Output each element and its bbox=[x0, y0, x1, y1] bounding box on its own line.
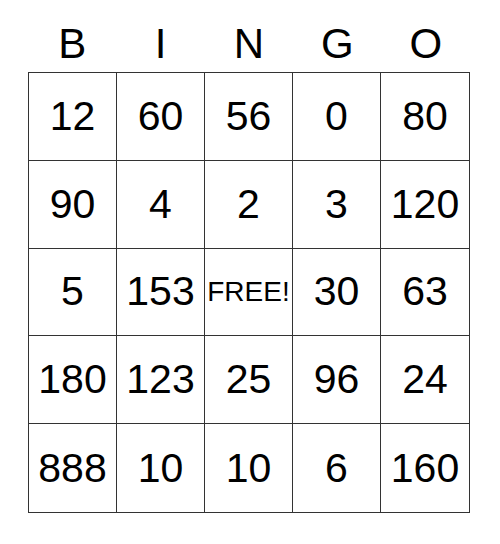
bingo-cell-r1c2[interactable]: 60 bbox=[117, 73, 205, 161]
header-letter-o: O bbox=[382, 18, 470, 70]
bingo-cell-r1c4[interactable]: 0 bbox=[293, 73, 381, 161]
header-letter-i: I bbox=[116, 18, 204, 70]
bingo-cell-r1c3[interactable]: 56 bbox=[205, 73, 293, 161]
bingo-cell-r2c2[interactable]: 4 bbox=[117, 161, 205, 249]
bingo-cell-r3c4[interactable]: 30 bbox=[293, 249, 381, 337]
bingo-cell-r2c1[interactable]: 90 bbox=[29, 161, 117, 249]
bingo-cell-r2c3[interactable]: 2 bbox=[205, 161, 293, 249]
bingo-cell-r5c5[interactable]: 160 bbox=[381, 424, 469, 512]
bingo-cell-r3c2[interactable]: 153 bbox=[117, 249, 205, 337]
bingo-cell-r1c5[interactable]: 80 bbox=[381, 73, 469, 161]
header-letter-g: G bbox=[293, 18, 381, 70]
bingo-cell-r3c5[interactable]: 63 bbox=[381, 249, 469, 337]
bingo-cell-r5c4[interactable]: 6 bbox=[293, 424, 381, 512]
bingo-cell-r5c1[interactable]: 888 bbox=[29, 424, 117, 512]
bingo-cell-r5c2[interactable]: 10 bbox=[117, 424, 205, 512]
bingo-cell-r4c1[interactable]: 180 bbox=[29, 336, 117, 424]
bingo-header-row: B I N G O bbox=[28, 18, 470, 70]
bingo-cell-r1c1[interactable]: 12 bbox=[29, 73, 117, 161]
bingo-cell-r2c4[interactable]: 3 bbox=[293, 161, 381, 249]
bingo-cell-r4c5[interactable]: 24 bbox=[381, 336, 469, 424]
bingo-cell-r4c4[interactable]: 96 bbox=[293, 336, 381, 424]
free-cell[interactable]: FREE! bbox=[205, 249, 293, 337]
header-letter-b: B bbox=[28, 18, 116, 70]
bingo-cell-r5c3[interactable]: 10 bbox=[205, 424, 293, 512]
bingo-cell-r2c5[interactable]: 120 bbox=[381, 161, 469, 249]
header-letter-n: N bbox=[205, 18, 293, 70]
bingo-cell-r4c2[interactable]: 123 bbox=[117, 336, 205, 424]
bingo-cell-r3c1[interactable]: 5 bbox=[29, 249, 117, 337]
bingo-card-grid: 126056080904231205153FREE!30631801232596… bbox=[28, 72, 470, 513]
bingo-cell-r4c3[interactable]: 25 bbox=[205, 336, 293, 424]
